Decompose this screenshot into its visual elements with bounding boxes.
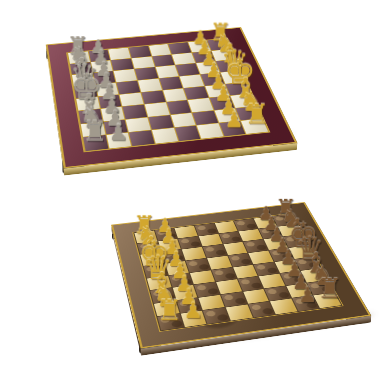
chess-board: ♜♞♝♛♚♝♞♜♟♟♟♟♟♟♟♟♟♟♟♟♟♟♟♟♜♞♝♛♚♝♞♜ xyxy=(111,202,371,349)
piece-black-pawn: ♟ xyxy=(289,284,325,305)
chess-board: ♜♞♝♛♚♝♞♜♟♟♟♟♟♟♟♟♟♟♟♟♟♟♟♟♜♞♝♛♚♝♞♜ xyxy=(46,27,298,169)
piece-white-rook: ♜ xyxy=(151,296,188,324)
piece-black-rook: ♜ xyxy=(76,117,113,145)
square xyxy=(175,126,201,141)
piece-white-pawn: ♟ xyxy=(216,109,252,130)
square xyxy=(152,128,178,143)
product-photo: ♜♞♝♛♚♝♞♜♟♟♟♟♟♟♟♟♟♟♟♟♟♟♟♟♜♞♝♛♚♝♞♜♜♞♝♛♚♝♞♜… xyxy=(0,0,380,380)
